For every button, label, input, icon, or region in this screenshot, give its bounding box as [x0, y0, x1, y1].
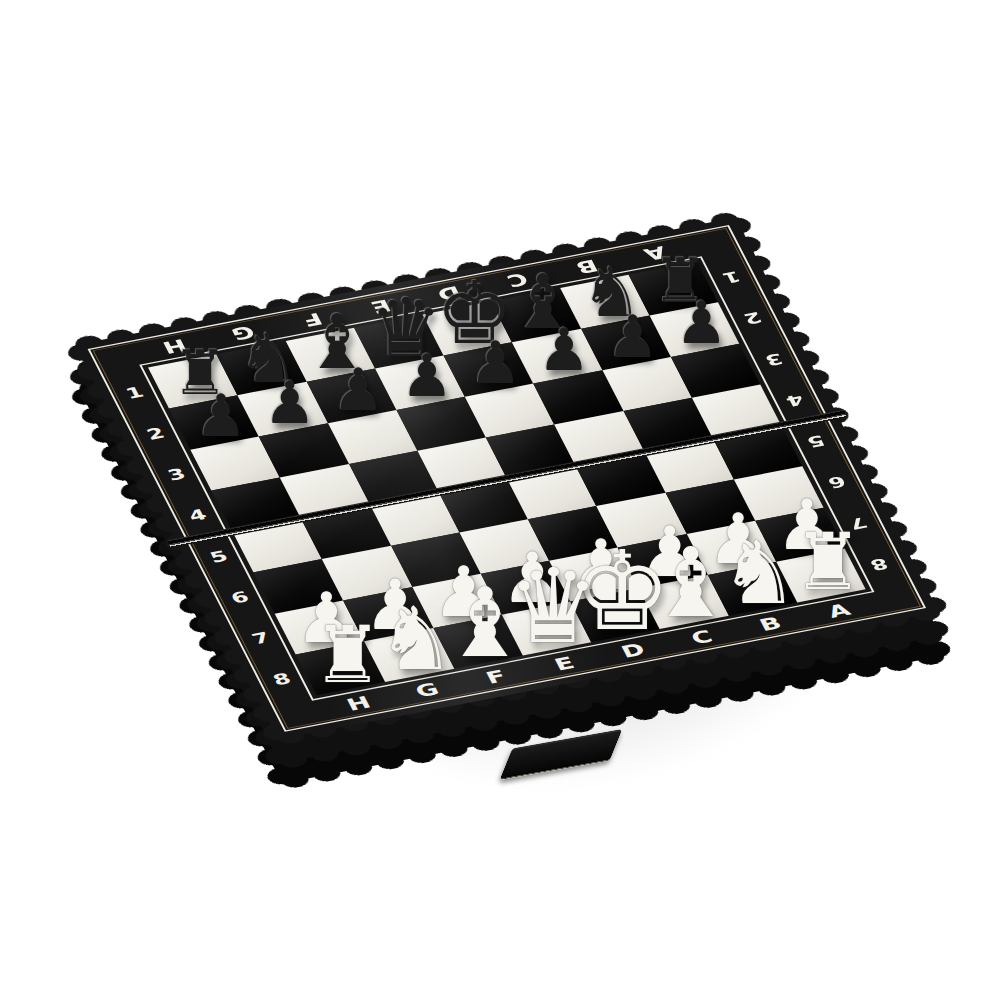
chess-set-photo: HGFEDCBA HGFEDCBA 12345678 12345678 ♜♞♝♚…	[0, 0, 1000, 1000]
